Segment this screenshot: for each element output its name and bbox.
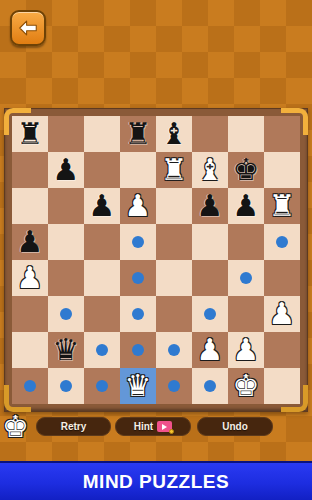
square-a7[interactable] [12,152,48,188]
square-h3[interactable]: ♟ [264,296,300,332]
square-a3[interactable] [12,296,48,332]
square-b6[interactable] [48,188,84,224]
legal-move-dot [168,344,180,356]
square-a4[interactable]: ♟ [12,260,48,296]
hint-button[interactable]: Hint [115,417,191,436]
mind-puzzles-ad-banner[interactable]: MIND PUZZLES [0,461,312,500]
square-d6[interactable]: ♟ [120,188,156,224]
square-g6[interactable]: ♟ [228,188,264,224]
legal-move-dot [204,380,216,392]
square-g2[interactable]: ♟ [228,332,264,368]
video-ad-icon [157,421,172,432]
square-f3[interactable] [192,296,228,332]
legal-move-dot [240,272,252,284]
hint-button-label: Hint [134,421,153,432]
legal-move-dot [132,236,144,248]
square-d7[interactable] [120,152,156,188]
piece-black-king[interactable]: ♚ [233,155,260,185]
square-e4[interactable] [156,260,192,296]
square-c2[interactable] [84,332,120,368]
legal-move-dot [24,380,36,392]
piece-black-pawn[interactable]: ♟ [53,155,80,185]
square-f2[interactable]: ♟ [192,332,228,368]
square-f5[interactable] [192,224,228,260]
square-c5[interactable] [84,224,120,260]
square-b3[interactable] [48,296,84,332]
square-b2[interactable]: ♛ [48,332,84,368]
square-h6[interactable]: ♜ [264,188,300,224]
square-a5[interactable]: ♟ [12,224,48,260]
legal-move-dot [276,236,288,248]
square-d1[interactable]: ♛ [120,368,156,404]
square-f4[interactable] [192,260,228,296]
piece-white-pawn[interactable]: ♟ [197,335,224,365]
square-h1[interactable] [264,368,300,404]
square-g7[interactable]: ♚ [228,152,264,188]
square-g4[interactable] [228,260,264,296]
square-h7[interactable] [264,152,300,188]
square-e6[interactable] [156,188,192,224]
square-b5[interactable] [48,224,84,260]
retry-button[interactable]: Retry [36,417,111,436]
square-d5[interactable] [120,224,156,260]
square-e7[interactable]: ♜ [156,152,192,188]
piece-black-pawn[interactable]: ♟ [89,191,116,221]
piece-white-queen[interactable]: ♛ [125,371,152,401]
square-g3[interactable] [228,296,264,332]
retry-button-label: Retry [61,421,87,432]
square-a6[interactable] [12,188,48,224]
piece-white-rook[interactable]: ♜ [161,155,188,185]
square-c6[interactable]: ♟ [84,188,120,224]
banner-title: MIND PUZZLES [83,471,229,493]
square-f8[interactable] [192,116,228,152]
piece-white-king[interactable]: ♚ [233,371,260,401]
legal-move-dot [60,308,72,320]
square-e2[interactable] [156,332,192,368]
chess-board-frame: ♜♜♝♟♜♝♚♟♟♟♟♜♟♟♟♛♟♟♛♚ [4,108,308,412]
piece-white-pawn[interactable]: ♟ [17,263,44,293]
square-c4[interactable] [84,260,120,296]
square-h4[interactable] [264,260,300,296]
square-f1[interactable] [192,368,228,404]
piece-black-pawn[interactable]: ♟ [17,227,44,257]
legal-move-dot [96,380,108,392]
square-h5[interactable] [264,224,300,260]
legal-move-dot [60,380,72,392]
piece-black-bishop[interactable]: ♝ [161,119,188,149]
square-e3[interactable] [156,296,192,332]
square-a2[interactable] [12,332,48,368]
square-h8[interactable] [264,116,300,152]
square-b8[interactable] [48,116,84,152]
legal-move-dot [132,272,144,284]
square-g8[interactable] [228,116,264,152]
square-b4[interactable] [48,260,84,296]
piece-white-bishop[interactable]: ♝ [197,155,224,185]
piece-black-queen[interactable]: ♛ [53,335,80,365]
piece-black-rook[interactable]: ♜ [17,119,44,149]
square-e8[interactable]: ♝ [156,116,192,152]
undo-button-label: Undo [222,421,248,432]
square-g5[interactable] [228,224,264,260]
legal-move-dot [168,380,180,392]
piece-black-pawn[interactable]: ♟ [233,191,260,221]
square-d3[interactable] [120,296,156,332]
back-button[interactable] [10,10,46,46]
square-c1[interactable] [84,368,120,404]
square-e1[interactable] [156,368,192,404]
square-f7[interactable]: ♝ [192,152,228,188]
square-a8[interactable]: ♜ [12,116,48,152]
square-g1[interactable]: ♚ [228,368,264,404]
back-arrow-icon [17,17,39,39]
square-f6[interactable]: ♟ [192,188,228,224]
square-b7[interactable]: ♟ [48,152,84,188]
square-e5[interactable] [156,224,192,260]
piece-black-rook[interactable]: ♜ [125,119,152,149]
square-a1[interactable] [12,368,48,404]
piece-white-rook[interactable]: ♜ [269,191,296,221]
undo-button[interactable]: Undo [197,417,273,436]
white-king-turn-icon: ♚ [2,412,29,442]
piece-white-pawn[interactable]: ♟ [269,299,296,329]
square-c7[interactable] [84,152,120,188]
legal-move-dot [132,308,144,320]
legal-move-dot [96,344,108,356]
piece-white-pawn[interactable]: ♟ [233,335,260,365]
legal-move-dot [132,344,144,356]
square-h2[interactable] [264,332,300,368]
piece-black-pawn[interactable]: ♟ [197,191,224,221]
square-d8[interactable]: ♜ [120,116,156,152]
square-d2[interactable] [120,332,156,368]
square-c3[interactable] [84,296,120,332]
square-b1[interactable] [48,368,84,404]
square-d4[interactable] [120,260,156,296]
chess-board: ♜♜♝♟♜♝♚♟♟♟♟♜♟♟♟♛♟♟♛♚ [12,116,300,404]
square-c8[interactable] [84,116,120,152]
legal-move-dot [204,308,216,320]
piece-white-pawn[interactable]: ♟ [125,191,152,221]
